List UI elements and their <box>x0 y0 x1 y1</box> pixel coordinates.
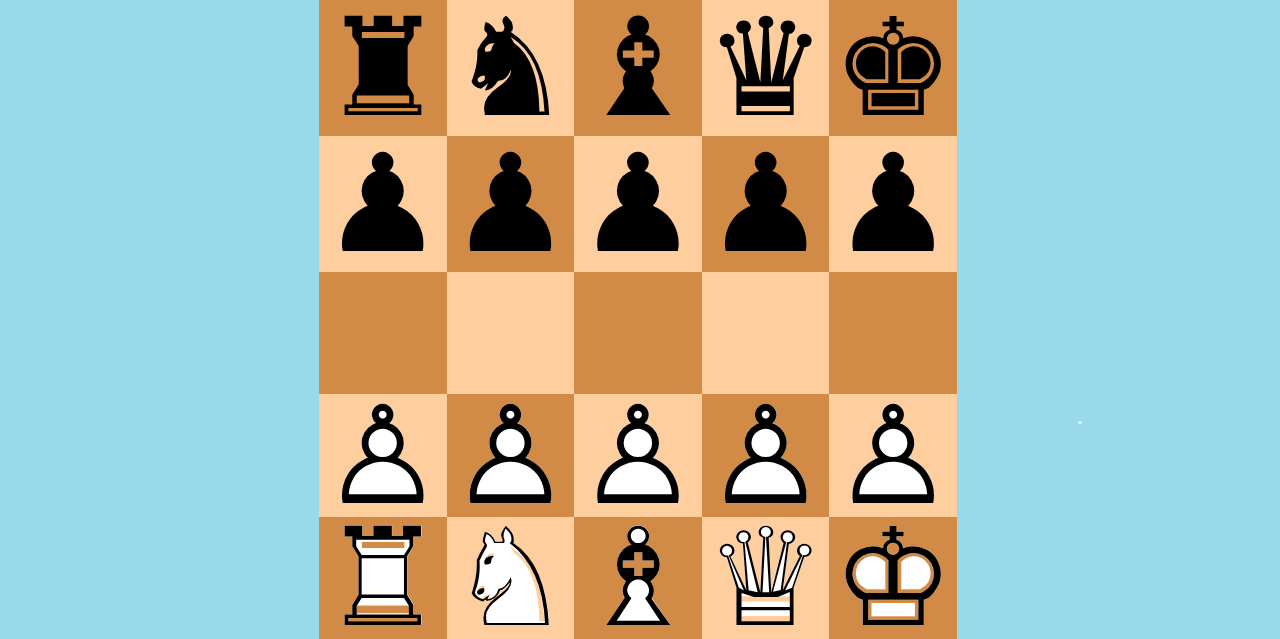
cursor-artifact-dot <box>1078 421 1082 424</box>
black-pawn[interactable]: ♟ <box>319 136 447 272</box>
square-b4[interactable]: ♟ <box>447 136 575 272</box>
white-king[interactable]: ♚♔ <box>829 517 957 639</box>
black-pawn[interactable]: ♟ <box>447 136 575 272</box>
square-d5[interactable]: ♛ <box>702 0 830 136</box>
square-c3[interactable] <box>574 272 702 394</box>
square-e3[interactable] <box>829 272 957 394</box>
square-d4[interactable]: ♟ <box>702 136 830 272</box>
square-b5[interactable]: ♞ <box>447 0 575 136</box>
black-king[interactable]: ♚ <box>829 0 957 136</box>
square-e5[interactable]: ♚ <box>829 0 957 136</box>
square-a1[interactable]: ♜♖ <box>319 517 447 639</box>
square-c4[interactable]: ♟ <box>574 136 702 272</box>
square-a3[interactable] <box>319 272 447 394</box>
black-knight[interactable]: ♞ <box>447 0 575 136</box>
square-b3[interactable] <box>447 272 575 394</box>
black-queen[interactable]: ♛ <box>702 0 830 136</box>
white-bishop[interactable]: ♝♗ <box>574 517 702 639</box>
square-e4[interactable]: ♟ <box>829 136 957 272</box>
black-pawn[interactable]: ♟ <box>574 136 702 272</box>
black-pawn[interactable]: ♟ <box>702 136 830 272</box>
square-a5[interactable]: ♜ <box>319 0 447 136</box>
white-rook[interactable]: ♜♖ <box>319 517 447 639</box>
square-d3[interactable] <box>702 272 830 394</box>
chess-board: ♜♞♝♛♚♟♟♟♟♟♟♙♟♙♟♙♟♙♟♙♜♖♞♘♝♗♛♕♚♔ <box>319 0 957 639</box>
square-c1[interactable]: ♝♗ <box>574 517 702 639</box>
square-c5[interactable]: ♝ <box>574 0 702 136</box>
black-rook[interactable]: ♜ <box>319 0 447 136</box>
white-knight[interactable]: ♞♘ <box>447 517 575 639</box>
black-pawn[interactable]: ♟ <box>829 136 957 272</box>
black-bishop[interactable]: ♝ <box>574 0 702 136</box>
square-b1[interactable]: ♞♘ <box>447 517 575 639</box>
page-background: { "game": "chess", "variant": "5x5 Gardn… <box>0 0 1280 639</box>
square-d1[interactable]: ♛♕ <box>702 517 830 639</box>
white-queen[interactable]: ♛♕ <box>702 517 830 639</box>
square-a4[interactable]: ♟ <box>319 136 447 272</box>
square-e1[interactable]: ♚♔ <box>829 517 957 639</box>
